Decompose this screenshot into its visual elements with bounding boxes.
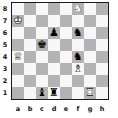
square-b6 bbox=[24, 27, 36, 39]
square-f2 bbox=[72, 75, 84, 87]
black-bishop-c1: ♝ bbox=[36, 87, 48, 99]
square-b8 bbox=[24, 3, 36, 15]
file-label-f: f bbox=[72, 103, 84, 115]
square-b2 bbox=[24, 75, 36, 87]
square-f6: ♞ bbox=[72, 27, 84, 39]
square-e3 bbox=[60, 63, 72, 75]
square-b1 bbox=[24, 87, 36, 99]
square-b3 bbox=[24, 63, 36, 75]
square-d1: ♜ bbox=[48, 87, 60, 99]
square-a2 bbox=[12, 75, 24, 87]
square-b4 bbox=[24, 51, 36, 63]
square-c5: ♚ bbox=[36, 39, 48, 51]
square-h7 bbox=[96, 15, 108, 27]
square-c7 bbox=[36, 15, 48, 27]
square-e5 bbox=[60, 39, 72, 51]
square-g5 bbox=[84, 39, 96, 51]
square-a7: ♚♔ bbox=[12, 15, 24, 27]
white-knight-f8: ♘ bbox=[72, 3, 84, 15]
file-label-a: a bbox=[12, 103, 24, 115]
square-a1 bbox=[12, 87, 24, 99]
rank-label-8: 8 bbox=[0, 3, 10, 15]
square-d6: ♟ bbox=[48, 27, 60, 39]
file-label-e: e bbox=[60, 103, 72, 115]
square-h5 bbox=[96, 39, 108, 51]
square-d4 bbox=[48, 51, 60, 63]
file-labels: abcdefgh bbox=[12, 103, 108, 115]
white-queen-a4: ♕ bbox=[12, 51, 24, 63]
white-bishop-f3: ♗ bbox=[72, 63, 84, 75]
rank-label-2: 2 bbox=[0, 75, 10, 87]
square-a3 bbox=[12, 63, 24, 75]
file-label-b: b bbox=[24, 103, 36, 115]
square-a6 bbox=[12, 27, 24, 39]
square-d5 bbox=[48, 39, 60, 51]
rank-label-6: 6 bbox=[0, 27, 10, 39]
square-c3 bbox=[36, 63, 48, 75]
square-g1: ♜♖ bbox=[84, 87, 96, 99]
square-f8: ♞♘ bbox=[72, 3, 84, 15]
square-a4: ♛♕ bbox=[12, 51, 24, 63]
file-label-h: h bbox=[96, 103, 108, 115]
square-e1 bbox=[60, 87, 72, 99]
square-h3 bbox=[96, 63, 108, 75]
rank-label-3: 3 bbox=[0, 63, 10, 75]
square-e4 bbox=[60, 51, 72, 63]
rank-label-4: 4 bbox=[0, 51, 10, 63]
board: ♞♘♚♔♟♞♚♛♕♞♝♗♝♜♜♖ bbox=[11, 2, 109, 100]
black-rook-d1: ♜ bbox=[48, 87, 60, 99]
square-h4 bbox=[96, 51, 108, 63]
black-knight-f6: ♞ bbox=[72, 27, 84, 39]
file-label-c: c bbox=[36, 103, 48, 115]
square-c8 bbox=[36, 3, 48, 15]
square-e7 bbox=[60, 15, 72, 27]
square-g8 bbox=[84, 3, 96, 15]
square-g4 bbox=[84, 51, 96, 63]
square-e6 bbox=[60, 27, 72, 39]
square-b5 bbox=[24, 39, 36, 51]
file-label-d: d bbox=[48, 103, 60, 115]
rank-labels: 87654321 bbox=[0, 3, 10, 99]
chess-diagram: 87654321 ♞♘♚♔♟♞♚♛♕♞♝♗♝♜♜♖ abcdefgh bbox=[0, 0, 118, 118]
square-d8 bbox=[48, 3, 60, 15]
square-g6 bbox=[84, 27, 96, 39]
white-rook-g1: ♖ bbox=[84, 87, 96, 99]
square-h1 bbox=[96, 87, 108, 99]
white-king-a7: ♔ bbox=[12, 15, 24, 27]
square-g3 bbox=[84, 63, 96, 75]
rank-label-1: 1 bbox=[0, 87, 10, 99]
square-e2 bbox=[60, 75, 72, 87]
square-c4 bbox=[36, 51, 48, 63]
rank-label-5: 5 bbox=[0, 39, 10, 51]
square-b7 bbox=[24, 15, 36, 27]
square-e8 bbox=[60, 3, 72, 15]
square-g7 bbox=[84, 15, 96, 27]
square-h8 bbox=[96, 3, 108, 15]
square-f3: ♝♗ bbox=[72, 63, 84, 75]
square-h2 bbox=[96, 75, 108, 87]
black-king-c5: ♚ bbox=[36, 39, 48, 51]
square-f1 bbox=[72, 87, 84, 99]
black-pawn-d6: ♟ bbox=[48, 27, 60, 39]
rank-label-7: 7 bbox=[0, 15, 10, 27]
file-label-g: g bbox=[84, 103, 96, 115]
square-h6 bbox=[96, 27, 108, 39]
square-c1: ♝ bbox=[36, 87, 48, 99]
square-d3 bbox=[48, 63, 60, 75]
